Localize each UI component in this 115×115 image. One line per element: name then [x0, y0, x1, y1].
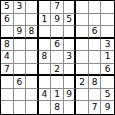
cell-r6c5[interactable]: 2 [51, 64, 64, 77]
cell-r2c9[interactable] [101, 14, 114, 27]
cell-r6c4[interactable] [39, 64, 52, 77]
cell-r5c3[interactable] [26, 51, 39, 64]
cell-r2c1[interactable]: 6 [1, 14, 14, 27]
cell-r8c5[interactable]: 1 [51, 89, 64, 102]
cell-r2c2[interactable] [14, 14, 27, 27]
cell-r2c5[interactable]: 9 [51, 14, 64, 27]
cell-r1c4[interactable] [39, 1, 52, 14]
cell-r2c4[interactable]: 1 [39, 14, 52, 27]
cell-r6c8[interactable] [89, 64, 102, 77]
cell-r1c3[interactable] [26, 1, 39, 14]
cell-r7c1[interactable] [1, 76, 14, 89]
cell-r5c6[interactable]: 3 [64, 51, 77, 64]
cell-r7c3[interactable] [26, 76, 39, 89]
cell-r3c2[interactable]: 9 [14, 26, 27, 39]
cell-r7c6[interactable] [64, 76, 77, 89]
cell-r7c9[interactable] [101, 76, 114, 89]
cell-r6c1[interactable]: 7 [1, 64, 14, 77]
cell-r1c8[interactable] [89, 1, 102, 14]
cell-r3c4[interactable] [39, 26, 52, 39]
cell-r3c3[interactable]: 8 [26, 26, 39, 39]
cell-r5c1[interactable]: 4 [1, 51, 14, 64]
cell-r8c6[interactable]: 9 [64, 89, 77, 102]
cell-r2c6[interactable]: 5 [64, 14, 77, 27]
cell-r6c9[interactable]: 6 [101, 64, 114, 77]
cell-r8c7[interactable] [76, 89, 89, 102]
cell-r7c7[interactable]: 2 [76, 76, 89, 89]
cell-r6c3[interactable] [26, 64, 39, 77]
cell-r1c5[interactable]: 7 [51, 1, 64, 14]
cell-r8c9[interactable]: 5 [101, 89, 114, 102]
cell-r3c8[interactable]: 6 [89, 26, 102, 39]
cell-r8c1[interactable] [1, 89, 14, 102]
cell-r7c4[interactable] [39, 76, 52, 89]
cell-r9c7[interactable] [76, 101, 89, 114]
cell-r7c8[interactable]: 8 [89, 76, 102, 89]
cell-r8c8[interactable] [89, 89, 102, 102]
cell-r3c1[interactable] [1, 26, 14, 39]
cell-r2c7[interactable] [76, 14, 89, 27]
cell-r8c2[interactable] [14, 89, 27, 102]
cell-r2c8[interactable] [89, 14, 102, 27]
cell-r6c7[interactable] [76, 64, 89, 77]
sudoku-board: 537619598686348317266284195879 [0, 0, 115, 115]
cell-r5c2[interactable] [14, 51, 27, 64]
cell-r4c9[interactable]: 3 [101, 39, 114, 52]
cell-r9c2[interactable] [14, 101, 27, 114]
cell-r4c7[interactable] [76, 39, 89, 52]
cell-r9c3[interactable] [26, 101, 39, 114]
cell-r4c1[interactable]: 8 [1, 39, 14, 52]
cell-r4c4[interactable] [39, 39, 52, 52]
cell-r9c8[interactable]: 7 [89, 101, 102, 114]
cell-r5c9[interactable]: 1 [101, 51, 114, 64]
cell-r5c7[interactable] [76, 51, 89, 64]
cell-r5c8[interactable] [89, 51, 102, 64]
cell-r3c9[interactable] [101, 26, 114, 39]
cell-r2c3[interactable] [26, 14, 39, 27]
cell-r4c2[interactable] [14, 39, 27, 52]
cell-r6c6[interactable] [64, 64, 77, 77]
cell-r3c6[interactable] [64, 26, 77, 39]
cell-r1c1[interactable]: 5 [1, 1, 14, 14]
cell-r4c6[interactable] [64, 39, 77, 52]
cell-r9c5[interactable]: 8 [51, 101, 64, 114]
cell-r4c8[interactable] [89, 39, 102, 52]
cell-r4c3[interactable] [26, 39, 39, 52]
cell-r4c5[interactable]: 6 [51, 39, 64, 52]
cell-r9c1[interactable] [1, 101, 14, 114]
cell-r1c7[interactable] [76, 1, 89, 14]
cell-r5c4[interactable]: 8 [39, 51, 52, 64]
cell-r1c2[interactable]: 3 [14, 1, 27, 14]
cell-r1c6[interactable] [64, 1, 77, 14]
cell-r8c4[interactable]: 4 [39, 89, 52, 102]
cell-r9c9[interactable]: 9 [101, 101, 114, 114]
cell-r7c2[interactable]: 6 [14, 76, 27, 89]
cell-r7c5[interactable] [51, 76, 64, 89]
cell-r3c5[interactable] [51, 26, 64, 39]
cell-r6c2[interactable] [14, 64, 27, 77]
cell-r9c4[interactable] [39, 101, 52, 114]
cell-r5c5[interactable] [51, 51, 64, 64]
cell-r8c3[interactable] [26, 89, 39, 102]
cell-r3c7[interactable] [76, 26, 89, 39]
cell-r9c6[interactable] [64, 101, 77, 114]
cell-r1c9[interactable] [101, 1, 114, 14]
